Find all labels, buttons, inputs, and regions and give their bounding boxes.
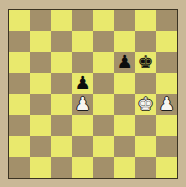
square-a1[interactable] bbox=[9, 157, 30, 178]
square-a3[interactable] bbox=[9, 115, 30, 136]
square-f5[interactable] bbox=[114, 73, 135, 94]
white-pawn[interactable]: ♟ bbox=[74, 94, 90, 114]
square-h4[interactable]: ♟ bbox=[156, 94, 177, 115]
square-f8[interactable] bbox=[114, 10, 135, 31]
square-b1[interactable] bbox=[30, 157, 51, 178]
square-h1[interactable] bbox=[156, 157, 177, 178]
square-f1[interactable] bbox=[114, 157, 135, 178]
square-h2[interactable] bbox=[156, 136, 177, 157]
square-a7[interactable] bbox=[9, 31, 30, 52]
square-d1[interactable] bbox=[72, 157, 93, 178]
square-b2[interactable] bbox=[30, 136, 51, 157]
square-c3[interactable] bbox=[51, 115, 72, 136]
square-a2[interactable] bbox=[9, 136, 30, 157]
square-b6[interactable] bbox=[30, 52, 51, 73]
square-c7[interactable] bbox=[51, 31, 72, 52]
square-e8[interactable] bbox=[93, 10, 114, 31]
square-c8[interactable] bbox=[51, 10, 72, 31]
square-b8[interactable] bbox=[30, 10, 51, 31]
square-e1[interactable] bbox=[93, 157, 114, 178]
square-f6[interactable]: ♟ bbox=[114, 52, 135, 73]
square-d5[interactable]: ♟ bbox=[72, 73, 93, 94]
black-pawn[interactable]: ♟ bbox=[116, 52, 132, 72]
square-a5[interactable] bbox=[9, 73, 30, 94]
square-h8[interactable] bbox=[156, 10, 177, 31]
square-e2[interactable] bbox=[93, 136, 114, 157]
square-e6[interactable] bbox=[93, 52, 114, 73]
square-b4[interactable] bbox=[30, 94, 51, 115]
square-a8[interactable] bbox=[9, 10, 30, 31]
square-g6[interactable]: ♚ bbox=[135, 52, 156, 73]
square-c1[interactable] bbox=[51, 157, 72, 178]
square-a6[interactable] bbox=[9, 52, 30, 73]
square-d2[interactable] bbox=[72, 136, 93, 157]
square-h6[interactable] bbox=[156, 52, 177, 73]
square-d8[interactable] bbox=[72, 10, 93, 31]
square-d4[interactable]: ♟ bbox=[72, 94, 93, 115]
square-d3[interactable] bbox=[72, 115, 93, 136]
square-h5[interactable] bbox=[156, 73, 177, 94]
square-b7[interactable] bbox=[30, 31, 51, 52]
square-c5[interactable] bbox=[51, 73, 72, 94]
square-a4[interactable] bbox=[9, 94, 30, 115]
square-f7[interactable] bbox=[114, 31, 135, 52]
chessboard-frame: ♟♚♟♟♚♟ bbox=[0, 0, 186, 187]
square-g4[interactable]: ♚ bbox=[135, 94, 156, 115]
square-b3[interactable] bbox=[30, 115, 51, 136]
square-g7[interactable] bbox=[135, 31, 156, 52]
square-e7[interactable] bbox=[93, 31, 114, 52]
square-e3[interactable] bbox=[93, 115, 114, 136]
square-f4[interactable] bbox=[114, 94, 135, 115]
white-pawn[interactable]: ♟ bbox=[158, 94, 174, 114]
square-g1[interactable] bbox=[135, 157, 156, 178]
square-c4[interactable] bbox=[51, 94, 72, 115]
square-c2[interactable] bbox=[51, 136, 72, 157]
square-e5[interactable] bbox=[93, 73, 114, 94]
square-d6[interactable] bbox=[72, 52, 93, 73]
square-e4[interactable] bbox=[93, 94, 114, 115]
chessboard: ♟♚♟♟♚♟ bbox=[9, 10, 177, 178]
square-h3[interactable] bbox=[156, 115, 177, 136]
square-d7[interactable] bbox=[72, 31, 93, 52]
square-h7[interactable] bbox=[156, 31, 177, 52]
square-g3[interactable] bbox=[135, 115, 156, 136]
square-g2[interactable] bbox=[135, 136, 156, 157]
square-f2[interactable] bbox=[114, 136, 135, 157]
square-c6[interactable] bbox=[51, 52, 72, 73]
square-g8[interactable] bbox=[135, 10, 156, 31]
black-king[interactable]: ♚ bbox=[137, 52, 153, 72]
black-pawn[interactable]: ♟ bbox=[74, 73, 90, 93]
square-f3[interactable] bbox=[114, 115, 135, 136]
square-g5[interactable] bbox=[135, 73, 156, 94]
white-king[interactable]: ♚ bbox=[137, 94, 153, 114]
square-b5[interactable] bbox=[30, 73, 51, 94]
